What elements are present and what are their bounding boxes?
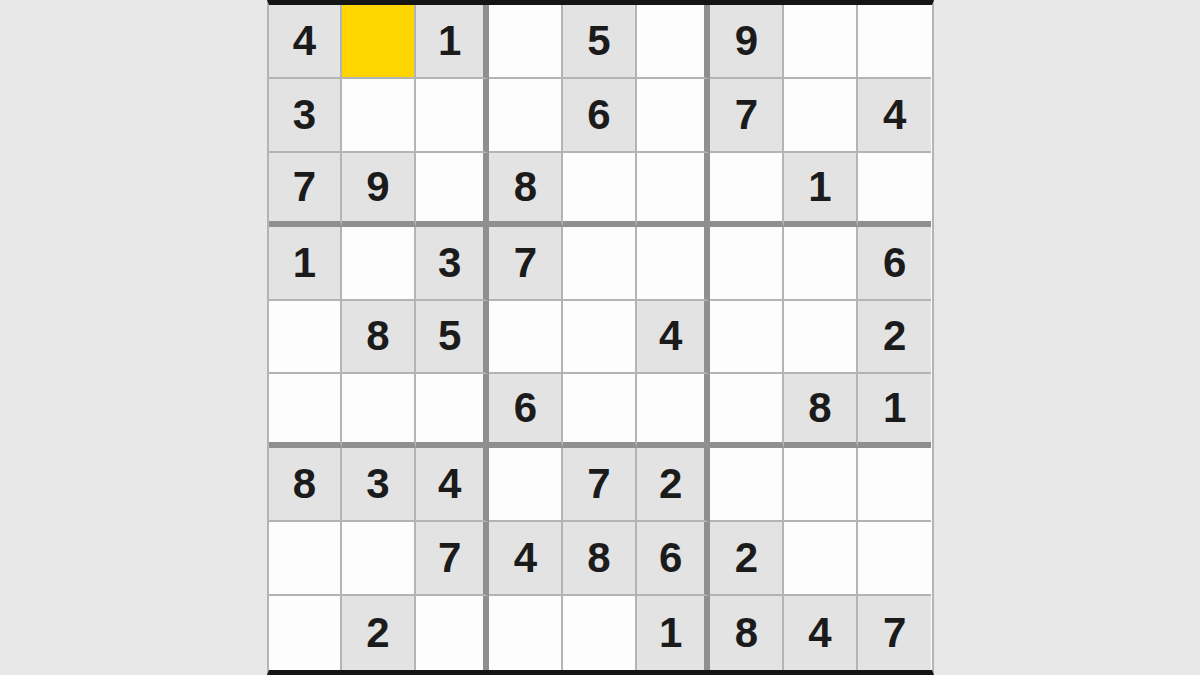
cell-r6c1[interactable] — [269, 374, 343, 448]
cell-r5c5[interactable] — [563, 301, 637, 375]
cell-r5c1[interactable] — [269, 301, 343, 375]
cell-r9c2[interactable]: 2 — [342, 596, 416, 670]
cell-r3c3[interactable] — [416, 153, 490, 227]
cell-r3c2[interactable]: 9 — [342, 153, 416, 227]
cell-r4c2[interactable] — [342, 227, 416, 301]
cell-r9c6[interactable]: 1 — [637, 596, 711, 670]
cell-r1c8[interactable] — [784, 5, 858, 79]
cell-r1c5[interactable]: 5 — [563, 5, 637, 79]
cell-r9c3[interactable] — [416, 596, 490, 670]
cell-r8c1[interactable] — [269, 522, 343, 596]
cell-r4c7[interactable] — [710, 227, 784, 301]
cell-r9c7[interactable]: 8 — [710, 596, 784, 670]
cell-r5c9[interactable]: 2 — [858, 301, 932, 375]
page-background: 41593674798113768542681834727486221847 — [0, 0, 1200, 675]
cell-r5c2[interactable]: 8 — [342, 301, 416, 375]
cell-r7c7[interactable] — [710, 448, 784, 522]
cell-r2c3[interactable] — [416, 79, 490, 153]
cell-r4c6[interactable] — [637, 227, 711, 301]
cell-r6c5[interactable] — [563, 374, 637, 448]
cell-r1c6[interactable] — [637, 5, 711, 79]
sudoku-board: 41593674798113768542681834727486221847 — [267, 0, 934, 675]
cell-r8c8[interactable] — [784, 522, 858, 596]
cell-r2c8[interactable] — [784, 79, 858, 153]
cell-r3c8[interactable]: 1 — [784, 153, 858, 227]
cell-r7c3[interactable]: 4 — [416, 448, 490, 522]
cell-r7c9[interactable] — [858, 448, 932, 522]
cell-r6c8[interactable]: 8 — [784, 374, 858, 448]
cell-r4c5[interactable] — [563, 227, 637, 301]
cell-r1c4[interactable] — [489, 5, 563, 79]
cell-r8c6[interactable]: 6 — [637, 522, 711, 596]
cell-r5c6[interactable]: 4 — [637, 301, 711, 375]
cell-r4c1[interactable]: 1 — [269, 227, 343, 301]
cell-r3c5[interactable] — [563, 153, 637, 227]
cell-r3c7[interactable] — [710, 153, 784, 227]
cell-r4c4[interactable]: 7 — [489, 227, 563, 301]
cell-r2c5[interactable]: 6 — [563, 79, 637, 153]
cell-r7c4[interactable] — [489, 448, 563, 522]
cell-r5c8[interactable] — [784, 301, 858, 375]
cell-r3c9[interactable] — [858, 153, 932, 227]
cell-r2c7[interactable]: 7 — [710, 79, 784, 153]
cell-r6c7[interactable] — [710, 374, 784, 448]
cell-r8c5[interactable]: 8 — [563, 522, 637, 596]
cell-r7c2[interactable]: 3 — [342, 448, 416, 522]
cell-r1c3[interactable]: 1 — [416, 5, 490, 79]
cell-r8c2[interactable] — [342, 522, 416, 596]
cell-r6c6[interactable] — [637, 374, 711, 448]
cell-r3c1[interactable]: 7 — [269, 153, 343, 227]
cell-r1c7[interactable]: 9 — [710, 5, 784, 79]
cell-r7c1[interactable]: 8 — [269, 448, 343, 522]
cell-r7c8[interactable] — [784, 448, 858, 522]
cell-r9c8[interactable]: 4 — [784, 596, 858, 670]
cell-r9c1[interactable] — [269, 596, 343, 670]
cell-r8c9[interactable] — [858, 522, 932, 596]
cell-r4c3[interactable]: 3 — [416, 227, 490, 301]
cell-r1c9[interactable] — [858, 5, 932, 79]
cell-r8c7[interactable]: 2 — [710, 522, 784, 596]
cell-r8c4[interactable]: 4 — [489, 522, 563, 596]
cell-r9c9[interactable]: 7 — [858, 596, 932, 670]
cell-r7c5[interactable]: 7 — [563, 448, 637, 522]
cell-r2c4[interactable] — [489, 79, 563, 153]
cell-r3c6[interactable] — [637, 153, 711, 227]
cell-r9c5[interactable] — [563, 596, 637, 670]
cell-r6c2[interactable] — [342, 374, 416, 448]
cell-r4c9[interactable]: 6 — [858, 227, 932, 301]
cell-r1c1[interactable]: 4 — [269, 5, 343, 79]
cell-r5c7[interactable] — [710, 301, 784, 375]
cell-r6c9[interactable]: 1 — [858, 374, 932, 448]
cell-r2c9[interactable]: 4 — [858, 79, 932, 153]
cell-r9c4[interactable] — [489, 596, 563, 670]
cell-r7c6[interactable]: 2 — [637, 448, 711, 522]
cell-r1c2[interactable] — [342, 5, 416, 79]
cell-r2c1[interactable]: 3 — [269, 79, 343, 153]
cell-r6c3[interactable] — [416, 374, 490, 448]
cell-r2c6[interactable] — [637, 79, 711, 153]
cell-r5c4[interactable] — [489, 301, 563, 375]
cell-r6c4[interactable]: 6 — [489, 374, 563, 448]
cell-r3c4[interactable]: 8 — [489, 153, 563, 227]
cell-r2c2[interactable] — [342, 79, 416, 153]
cell-r5c3[interactable]: 5 — [416, 301, 490, 375]
cell-r8c3[interactable]: 7 — [416, 522, 490, 596]
cell-r4c8[interactable] — [784, 227, 858, 301]
